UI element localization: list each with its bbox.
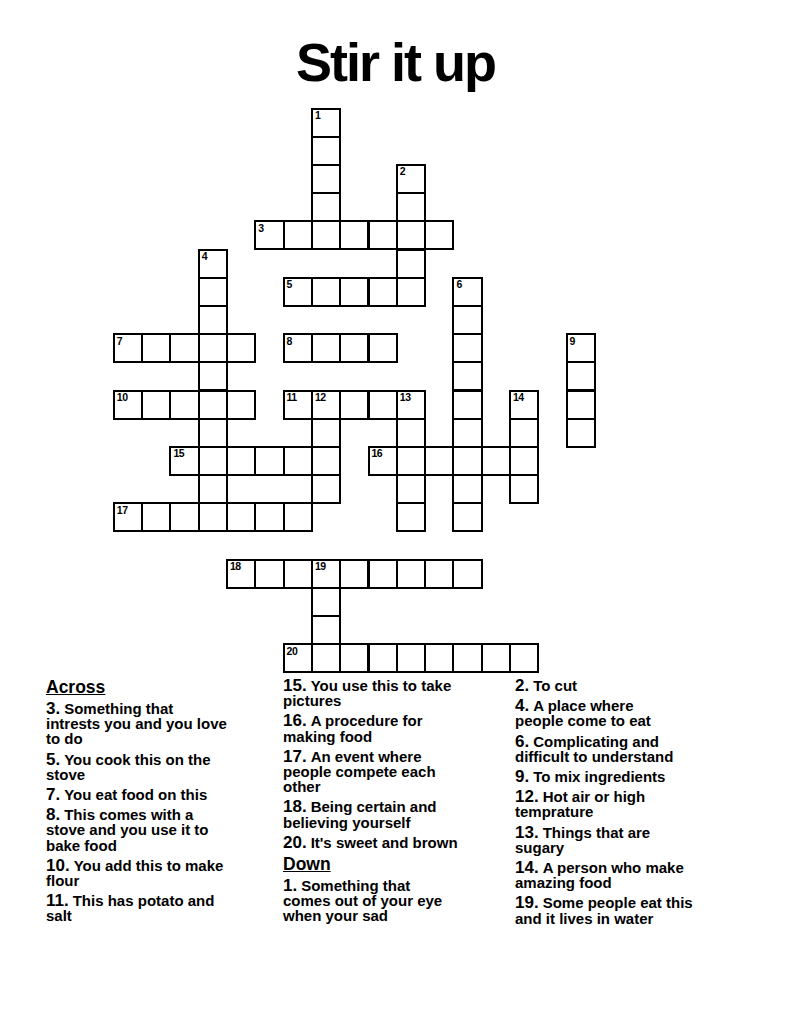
cell-number: 10 xyxy=(117,392,128,403)
clue-item-across-10: 10.You add this to make flour xyxy=(46,858,279,888)
grid-cell[interactable] xyxy=(452,559,482,589)
cell-number: 2 xyxy=(400,166,405,177)
grid-cell[interactable] xyxy=(452,418,482,448)
cell-number: 5 xyxy=(287,279,292,290)
grid-cell[interactable] xyxy=(368,390,398,420)
grid-cell[interactable] xyxy=(311,418,341,448)
grid-cell[interactable] xyxy=(311,164,341,194)
grid-cell[interactable]: 16 xyxy=(368,446,398,476)
clue-item-across-7: 7.You eat food on this xyxy=(46,787,279,802)
clue-item-across-15: 15.You use this to take pictures xyxy=(283,678,511,708)
grid-cell[interactable]: 19 xyxy=(311,559,341,589)
grid-cell[interactable] xyxy=(452,361,482,391)
grid-cell[interactable] xyxy=(396,277,426,307)
clue-text: Complicating and difficult to understand xyxy=(515,733,673,765)
grid-cell[interactable] xyxy=(424,220,454,250)
cell-number: 7 xyxy=(117,336,122,347)
grid-cell[interactable] xyxy=(169,333,199,363)
clue-item-across-8: 8.This comes with a stove and you use it… xyxy=(46,807,279,853)
cell-number: 13 xyxy=(400,392,411,403)
grid-cell[interactable] xyxy=(339,390,369,420)
clue-text: This comes with a stove and you use it t… xyxy=(46,806,209,853)
clue-item-across-16: 16.A procedure for making food xyxy=(283,713,511,743)
grid-cell[interactable] xyxy=(198,277,228,307)
grid-cell[interactable] xyxy=(452,333,482,363)
grid-cell[interactable] xyxy=(396,418,426,448)
grid-cell[interactable] xyxy=(396,643,426,673)
clue-text: To mix ingredients xyxy=(533,768,665,785)
cell-number: 11 xyxy=(287,392,297,403)
grid-cell[interactable] xyxy=(396,220,426,250)
across-header: Across xyxy=(46,678,279,697)
grid-cell[interactable]: 8 xyxy=(283,333,313,363)
cell-number: 20 xyxy=(287,646,298,657)
grid-cell[interactable]: 1 xyxy=(311,108,341,138)
clue-text: You add this to make flour xyxy=(46,857,223,889)
grid-cell[interactable]: 2 xyxy=(396,164,426,194)
grid-cell[interactable] xyxy=(141,333,171,363)
grid-cell[interactable]: 14 xyxy=(509,390,539,420)
clue-item-down-2: 2.To cut xyxy=(515,678,765,693)
grid-cell[interactable] xyxy=(198,390,228,420)
grid-cell[interactable] xyxy=(141,390,171,420)
cell-number: 1 xyxy=(315,110,320,121)
clue-text: To cut xyxy=(533,677,577,694)
page: { "game": "crossword", "title": "Stir it… xyxy=(0,0,791,1024)
grid-cell[interactable]: 6 xyxy=(452,277,482,307)
grid-cell[interactable] xyxy=(283,559,313,589)
grid-cell[interactable] xyxy=(311,474,341,504)
clue-item-across-18: 18.Being certain and believing yourself xyxy=(283,799,511,829)
grid-cell[interactable] xyxy=(198,446,228,476)
clue-number: 20. xyxy=(283,833,307,852)
grid-cell[interactable] xyxy=(396,502,426,532)
grid-cell[interactable] xyxy=(198,305,228,335)
grid-cell[interactable] xyxy=(198,418,228,448)
clue-item-across-11: 11.This has potato and salt xyxy=(46,893,279,923)
grid-cell[interactable] xyxy=(566,361,596,391)
grid-cell[interactable] xyxy=(396,192,426,222)
grid-cell[interactable]: 13 xyxy=(396,390,426,420)
grid-cell[interactable] xyxy=(452,643,482,673)
crossword-grid: 1234567891011121314151617181920 xyxy=(0,0,791,700)
clue-item-across-20: 20.It's sweet and brown xyxy=(283,835,511,850)
grid-cell[interactable] xyxy=(254,502,284,532)
grid-cell[interactable] xyxy=(226,446,256,476)
clue-item-down-12: 12.Hot air or high temprature xyxy=(515,789,765,819)
grid-cell[interactable] xyxy=(254,446,284,476)
grid-cell[interactable] xyxy=(396,249,426,279)
grid-cell[interactable] xyxy=(452,390,482,420)
grid-cell[interactable] xyxy=(396,474,426,504)
clue-text: Some people eat this and it lives in wat… xyxy=(515,894,693,926)
grid-cell[interactable] xyxy=(424,559,454,589)
grid-cell[interactable] xyxy=(226,333,256,363)
grid-cell[interactable] xyxy=(481,446,511,476)
clue-number: 9. xyxy=(515,767,529,786)
grid-cell[interactable] xyxy=(452,502,482,532)
grid-cell[interactable] xyxy=(396,559,426,589)
clue-text: A person who make amazing food xyxy=(515,859,684,891)
cell-number: 19 xyxy=(315,561,326,572)
clue-text: Something that comes out of your eye whe… xyxy=(283,877,442,924)
clues-column-2: 15.You use this to take pictures16.A pro… xyxy=(283,678,511,929)
grid-cell[interactable]: 20 xyxy=(283,643,313,673)
grid-cell[interactable] xyxy=(339,333,369,363)
grid-cell[interactable] xyxy=(368,220,398,250)
grid-cell[interactable] xyxy=(311,277,341,307)
grid-cell[interactable]: 9 xyxy=(566,333,596,363)
clue-text: You eat food on this xyxy=(64,786,207,803)
grid-cell[interactable] xyxy=(566,390,596,420)
grid-cell[interactable] xyxy=(311,643,341,673)
cell-number: 17 xyxy=(117,505,128,516)
grid-cell[interactable] xyxy=(198,502,228,532)
grid-cell[interactable] xyxy=(509,446,539,476)
down-header: Down xyxy=(283,855,511,874)
clue-item-down-19: 19.Some people eat this and it lives in … xyxy=(515,895,765,925)
grid-cell[interactable] xyxy=(481,643,511,673)
cell-number: 3 xyxy=(258,223,263,234)
grid-cell[interactable] xyxy=(509,643,539,673)
grid-cell[interactable] xyxy=(509,418,539,448)
grid-cell[interactable] xyxy=(169,390,199,420)
grid-cell[interactable] xyxy=(311,220,341,250)
grid-cell[interactable]: 17 xyxy=(113,502,143,532)
clue-number: 2. xyxy=(515,676,529,695)
grid-cell[interactable] xyxy=(368,643,398,673)
grid-cell[interactable] xyxy=(311,615,341,645)
cell-number: 15 xyxy=(173,448,184,459)
grid-cell[interactable] xyxy=(226,390,256,420)
grid-cell[interactable] xyxy=(452,305,482,335)
grid-cell[interactable]: 7 xyxy=(113,333,143,363)
cell-number: 6 xyxy=(456,279,461,290)
clue-item-across-17: 17.An event where people compete each ot… xyxy=(283,749,511,795)
grid-cell[interactable] xyxy=(311,136,341,166)
clue-text: It's sweet and brown xyxy=(311,834,458,851)
cell-number: 16 xyxy=(372,448,383,459)
cell-number: 9 xyxy=(570,336,575,347)
grid-cell[interactable] xyxy=(311,192,341,222)
grid-cell[interactable] xyxy=(226,502,256,532)
clue-text: A place where people come to eat xyxy=(515,697,651,729)
grid-cell[interactable] xyxy=(396,446,426,476)
grid-cell[interactable] xyxy=(368,333,398,363)
clue-item-down-6: 6.Complicating and difficult to understa… xyxy=(515,734,765,764)
clues-column-3: 2.To cut4.A place where people come to e… xyxy=(515,678,765,931)
grid-cell[interactable] xyxy=(339,277,369,307)
grid-cell[interactable]: 11 xyxy=(283,390,313,420)
clue-item-across-5: 5.You cook this on the stove xyxy=(46,752,279,782)
clue-text: You use this to take pictures xyxy=(283,677,451,709)
clue-item-across-3: 3.Something that intrests you and you lo… xyxy=(46,701,279,747)
grid-cell[interactable] xyxy=(339,220,369,250)
clue-text: You cook this on the stove xyxy=(46,751,211,783)
grid-cell[interactable] xyxy=(368,277,398,307)
cell-number: 4 xyxy=(202,251,207,262)
grid-cell[interactable] xyxy=(509,474,539,504)
grid-cell[interactable] xyxy=(283,220,313,250)
grid-cell[interactable] xyxy=(566,418,596,448)
clue-item-down-1: 1.Something that comes out of your eye w… xyxy=(283,878,511,924)
clue-number: 7. xyxy=(46,785,60,804)
grid-cell[interactable] xyxy=(452,474,482,504)
grid-cell[interactable] xyxy=(198,361,228,391)
cell-number: 18 xyxy=(230,561,241,572)
grid-cell[interactable] xyxy=(169,502,199,532)
grid-cell[interactable]: 4 xyxy=(198,249,228,279)
clue-item-down-14: 14.A person who make amazing food xyxy=(515,860,765,890)
grid-cell[interactable]: 18 xyxy=(226,559,256,589)
grid-cell[interactable]: 10 xyxy=(113,390,143,420)
grid-cell[interactable] xyxy=(198,474,228,504)
clues-column-1: Across3.Something that intrests you and … xyxy=(46,678,279,929)
cell-number: 8 xyxy=(287,336,292,347)
clue-item-down-4: 4.A place where people come to eat xyxy=(515,698,765,728)
grid-cell[interactable] xyxy=(424,446,454,476)
grid-cell[interactable] xyxy=(424,643,454,673)
grid-cell[interactable] xyxy=(311,446,341,476)
grid-cell[interactable] xyxy=(141,502,171,532)
grid-cell[interactable] xyxy=(283,502,313,532)
clue-item-down-9: 9.To mix ingredients xyxy=(515,769,765,784)
grid-cell[interactable] xyxy=(283,446,313,476)
grid-cell[interactable] xyxy=(339,559,369,589)
grid-cell[interactable] xyxy=(311,333,341,363)
grid-cell[interactable] xyxy=(198,333,228,363)
clue-text: Something that intrests you and you love… xyxy=(46,700,227,747)
cell-number: 14 xyxy=(513,392,524,403)
grid-cell[interactable] xyxy=(339,643,369,673)
grid-cell[interactable] xyxy=(452,446,482,476)
grid-cell[interactable] xyxy=(368,559,398,589)
cell-number: 12 xyxy=(315,392,326,403)
grid-cell[interactable]: 3 xyxy=(254,220,284,250)
grid-cell[interactable]: 5 xyxy=(283,277,313,307)
grid-cell[interactable] xyxy=(311,587,341,617)
grid-cell[interactable] xyxy=(254,559,284,589)
clue-text: This has potato and salt xyxy=(46,892,214,924)
grid-cell[interactable]: 12 xyxy=(311,390,341,420)
clue-item-down-13: 13.Things that are sugary xyxy=(515,825,765,855)
grid-cell[interactable]: 15 xyxy=(169,446,199,476)
